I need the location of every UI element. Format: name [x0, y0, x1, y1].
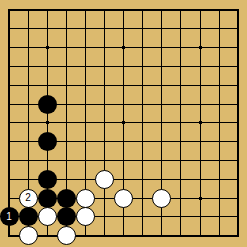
stone-black-move-1: 1 — [0, 207, 19, 226]
stone-white — [152, 189, 171, 208]
star-point — [199, 121, 202, 124]
stone-black — [38, 170, 57, 189]
stone-black — [57, 207, 76, 226]
go-board[interactable]: 21 — [0, 0, 247, 247]
board-edge-line — [8, 235, 239, 237]
stone-black — [19, 207, 38, 226]
stone-white — [57, 226, 76, 245]
star-point — [199, 197, 202, 200]
star-point — [122, 121, 125, 124]
grid-line — [142, 9, 143, 237]
stone-white — [38, 207, 57, 226]
stone-white-move-2: 2 — [19, 189, 38, 208]
go-diagram: 21 — [0, 0, 247, 247]
grid-line — [8, 160, 239, 161]
grid-line — [219, 9, 220, 237]
stone-white — [19, 226, 38, 245]
stone-black — [57, 189, 76, 208]
stone-white — [114, 189, 133, 208]
stone-black — [38, 132, 57, 151]
stone-black — [38, 95, 57, 114]
star-point — [46, 121, 49, 124]
star-point — [122, 46, 125, 49]
grid-line — [180, 9, 181, 237]
star-point — [199, 46, 202, 49]
stone-black — [38, 189, 57, 208]
stone-white — [95, 170, 114, 189]
star-point — [46, 46, 49, 49]
board-edge-line — [237, 9, 239, 237]
stone-white — [76, 189, 95, 208]
stone-white — [76, 207, 95, 226]
